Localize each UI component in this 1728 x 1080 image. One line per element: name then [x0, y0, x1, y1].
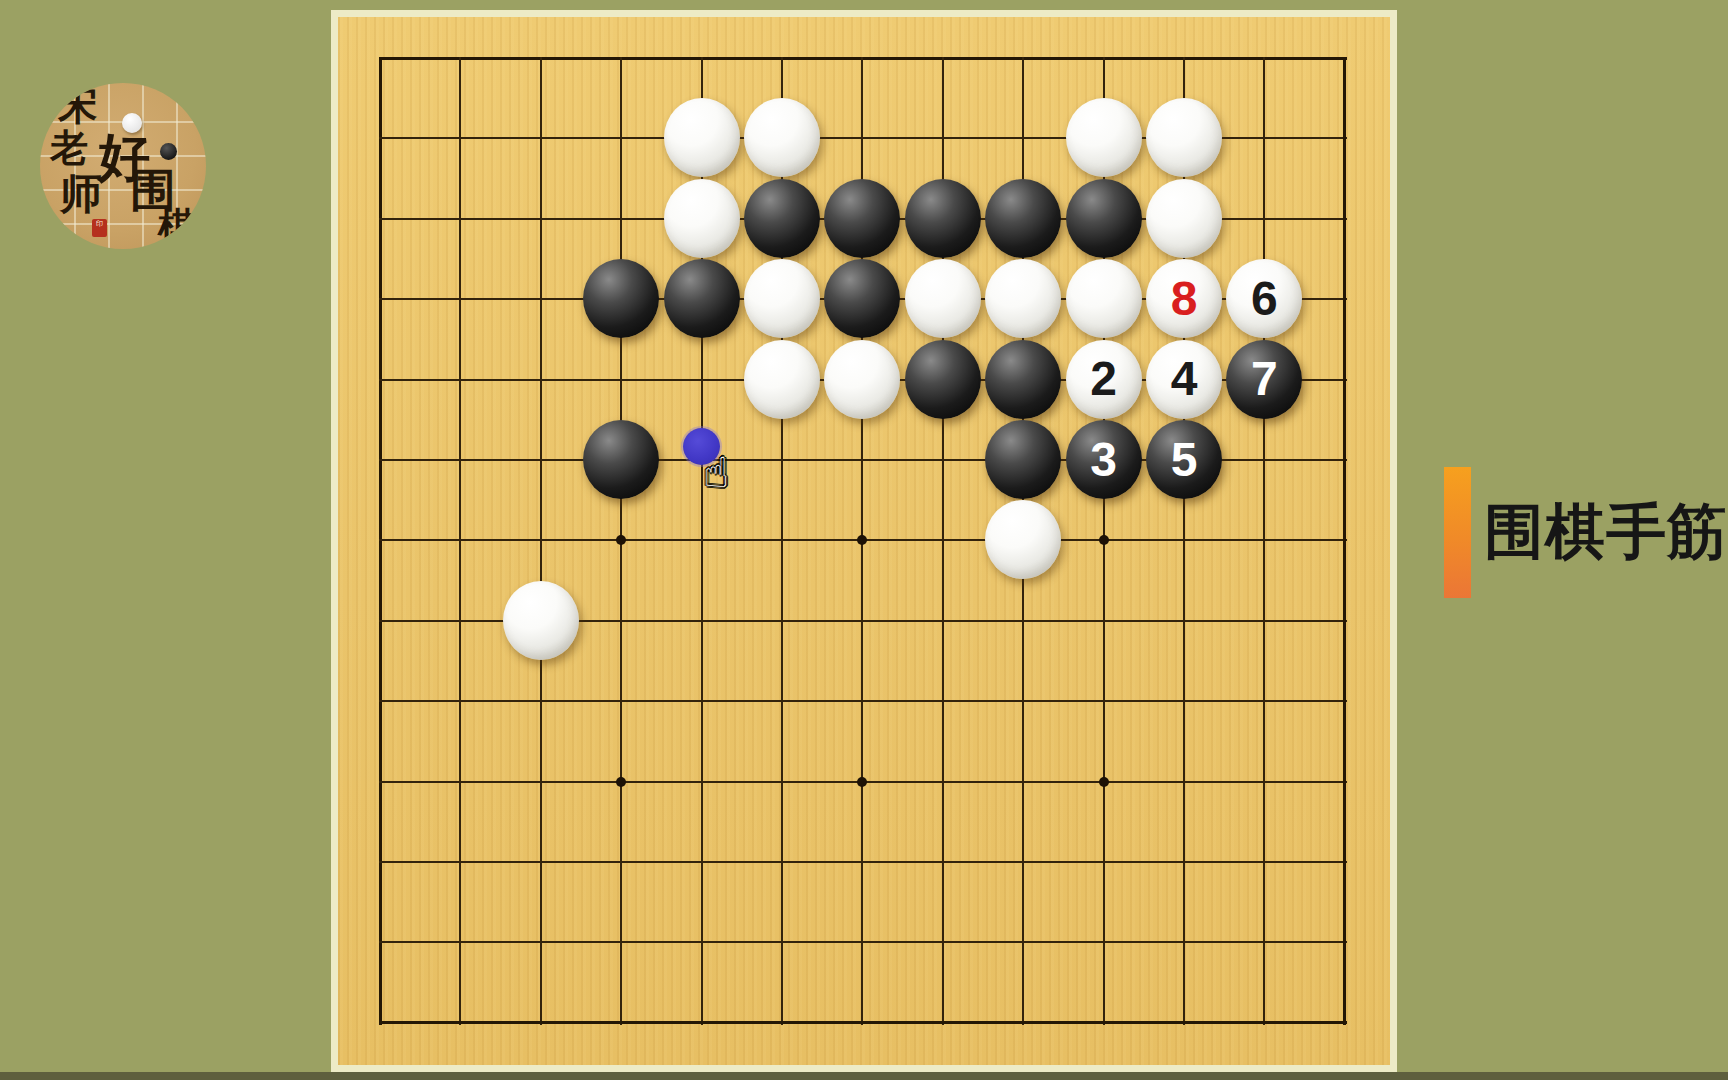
- stone-white: [744, 98, 820, 177]
- stone-black: [985, 420, 1061, 499]
- star-point: [1099, 535, 1109, 545]
- star-point: [857, 777, 867, 787]
- stone-white: [824, 340, 900, 419]
- move-number: 2: [1090, 355, 1117, 403]
- move-number: 5: [1171, 436, 1198, 484]
- grid-line-v: [1343, 57, 1346, 1025]
- stone-black: [905, 179, 981, 258]
- stone-white: [744, 259, 820, 338]
- grid-line-v: [1263, 57, 1265, 1025]
- caption-title: 围棋手筋: [1484, 492, 1728, 573]
- board-grid-layer: 8624735☝: [380, 58, 1345, 1023]
- video-frame: 8624735☝ 宋老师好围棋印 围棋手筋: [0, 0, 1728, 1080]
- stone-white: 8: [1146, 259, 1222, 338]
- stone-white: [1146, 98, 1222, 177]
- stone-white: [664, 98, 740, 177]
- star-point: [857, 535, 867, 545]
- go-board[interactable]: 8624735☝: [331, 10, 1397, 1072]
- caption-accent-bar: [1444, 467, 1471, 598]
- stone-black: [1066, 179, 1142, 258]
- stone-white: [744, 340, 820, 419]
- channel-logo: 宋老师好围棋印: [40, 83, 206, 249]
- stone-white: [905, 259, 981, 338]
- stone-black: [985, 340, 1061, 419]
- move-number: 6: [1251, 275, 1278, 323]
- grid-line-h: [379, 1021, 1347, 1024]
- bottom-edge-strip: [0, 1072, 1728, 1080]
- move-number: 4: [1171, 355, 1198, 403]
- hand-cursor-icon: ☝: [704, 452, 730, 494]
- star-point: [616, 535, 626, 545]
- move-number: 3: [1090, 436, 1117, 484]
- logo-character: 宋: [58, 85, 98, 125]
- stone-black: [824, 179, 900, 258]
- stone-white: [1066, 259, 1142, 338]
- move-number: 8: [1171, 275, 1198, 323]
- board-wood: 8624735☝: [338, 17, 1390, 1065]
- stone-white: [1066, 98, 1142, 177]
- logo-character: 棋: [158, 207, 196, 245]
- stone-white: [503, 581, 579, 660]
- stone-black: [824, 259, 900, 338]
- stone-black: [664, 259, 740, 338]
- stone-black: [905, 340, 981, 419]
- stone-white: [985, 500, 1061, 579]
- stone-white: 4: [1146, 340, 1222, 419]
- logo-black-stone: [160, 143, 177, 160]
- star-point: [616, 777, 626, 787]
- grid-line-h: [379, 941, 1347, 943]
- logo-character: 老: [50, 129, 88, 167]
- grid-line-h: [379, 861, 1347, 863]
- move-number: 7: [1251, 355, 1278, 403]
- stone-white: [664, 179, 740, 258]
- stone-white: 2: [1066, 340, 1142, 419]
- grid-line-h: [379, 700, 1347, 702]
- stone-black: [583, 420, 659, 499]
- star-point: [1099, 777, 1109, 787]
- stone-black: [744, 179, 820, 258]
- stone-white: [985, 259, 1061, 338]
- stone-black: [985, 179, 1061, 258]
- stone-black: [583, 259, 659, 338]
- stone-black: 3: [1066, 420, 1142, 499]
- stone-black: 5: [1146, 420, 1222, 499]
- stone-white: 6: [1226, 259, 1302, 338]
- stone-black: 7: [1226, 340, 1302, 419]
- logo-character: 师: [60, 173, 102, 215]
- logo-white-stone: [122, 113, 142, 133]
- stone-white: [1146, 179, 1222, 258]
- logo-red-seal: 印: [92, 219, 107, 237]
